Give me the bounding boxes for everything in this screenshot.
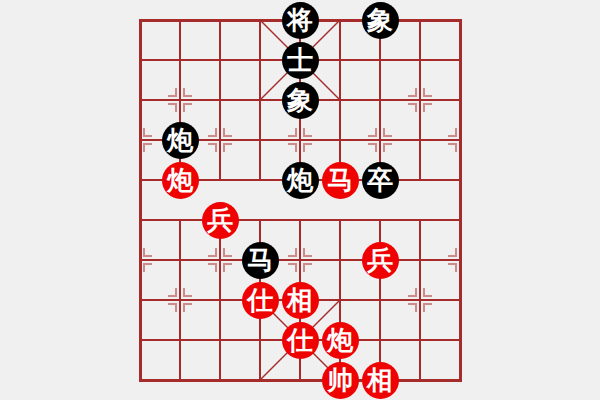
black-cannon-center-disc: 炮 [282,162,319,199]
piece-black-elephant-right[interactable]: 象 [360,0,400,40]
piece-red-elephant-right[interactable]: 相 [360,360,400,400]
black-cannon-left-disc: 炮 [162,122,199,159]
piece-red-cannon-right[interactable]: 炮 [320,320,360,360]
black-elephant-center-disc: 象 [282,82,319,119]
piece-red-soldier-right[interactable]: 兵 [360,240,400,280]
piece-black-elephant-center[interactable]: 象 [280,80,320,120]
black-advisor-disc: 士 [282,42,319,79]
black-general-disc: 将 [282,2,319,39]
red-elephant-left-disc: 相 [282,282,319,319]
piece-red-soldier-left[interactable]: 兵 [200,200,240,240]
piece-red-advisor-center[interactable]: 仕 [280,320,320,360]
red-advisor-center-disc: 仕 [282,322,319,359]
black-elephant-right-disc: 象 [362,2,399,39]
piece-layer: 将象士象炮炮炮马卒兵马兵仕相仕炮帅相 [120,0,480,400]
red-cannon-left-disc: 炮 [162,162,199,199]
black-soldier-disc: 卒 [362,162,399,199]
xiangqi-board: 将象士象炮炮炮马卒兵马兵仕相仕炮帅相 [0,0,600,400]
red-advisor-left-disc: 仕 [242,282,279,319]
piece-black-horse[interactable]: 马 [240,240,280,280]
piece-red-cannon-left[interactable]: 炮 [160,160,200,200]
piece-red-horse[interactable]: 马 [320,160,360,200]
piece-black-cannon-left[interactable]: 炮 [160,120,200,160]
red-soldier-right-disc: 兵 [362,242,399,279]
black-horse-disc: 马 [242,242,279,279]
red-soldier-left-disc: 兵 [202,202,239,239]
piece-black-general[interactable]: 将 [280,0,320,40]
red-general-disc: 帅 [322,362,359,399]
red-cannon-right-disc: 炮 [322,322,359,359]
piece-red-general[interactable]: 帅 [320,360,360,400]
piece-black-soldier[interactable]: 卒 [360,160,400,200]
piece-red-elephant-left[interactable]: 相 [280,280,320,320]
piece-red-advisor-left[interactable]: 仕 [240,280,280,320]
red-elephant-right-disc: 相 [362,362,399,399]
piece-black-cannon-center[interactable]: 炮 [280,160,320,200]
piece-black-advisor[interactable]: 士 [280,40,320,80]
red-horse-disc: 马 [322,162,359,199]
